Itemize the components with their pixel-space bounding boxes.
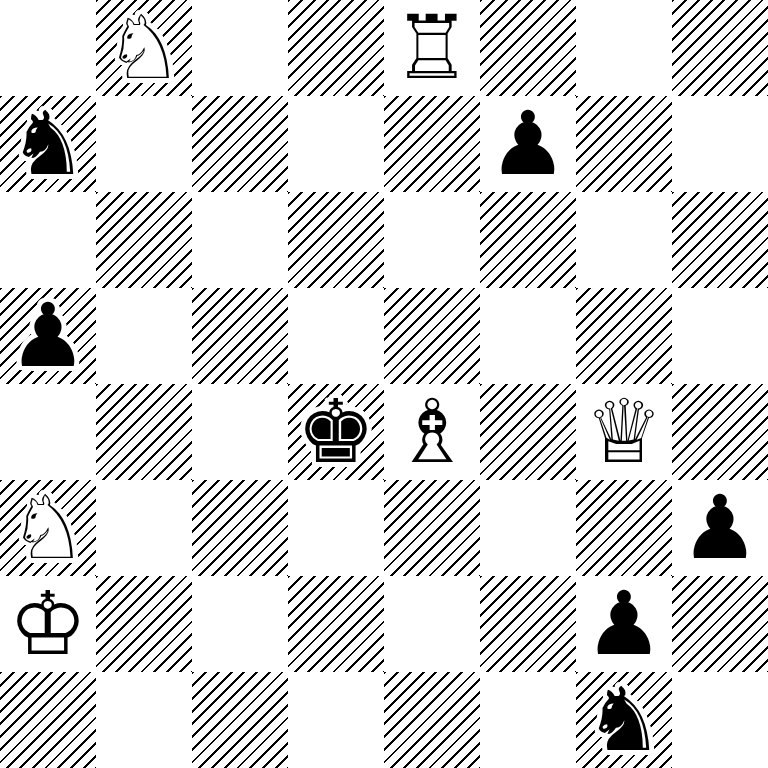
white-queen-icon: ♕: [576, 384, 672, 480]
black-knight-icon: ♞: [0, 96, 96, 192]
piece-black-pawn-a5[interactable]: ♟: [0, 288, 96, 384]
piece-white-knight-a3[interactable]: ♞♘: [0, 480, 96, 576]
square-e4[interactable]: ♝♗: [384, 384, 480, 480]
square-e7[interactable]: [384, 96, 480, 192]
square-c7[interactable]: [192, 96, 288, 192]
square-a3[interactable]: ♞♘: [0, 480, 96, 576]
square-e2[interactable]: [384, 576, 480, 672]
square-b5[interactable]: [96, 288, 192, 384]
square-d8[interactable]: [288, 0, 384, 96]
square-f7[interactable]: ♟: [480, 96, 576, 192]
square-a6[interactable]: [0, 192, 96, 288]
square-h4[interactable]: [672, 384, 768, 480]
square-d4[interactable]: ♚: [288, 384, 384, 480]
square-b2[interactable]: [96, 576, 192, 672]
piece-black-knight-g1[interactable]: ♞: [576, 672, 672, 768]
piece-white-knight-b8[interactable]: ♞♘: [96, 0, 192, 96]
piece-black-pawn-f7[interactable]: ♟: [480, 96, 576, 192]
square-d2[interactable]: [288, 576, 384, 672]
square-d6[interactable]: [288, 192, 384, 288]
white-bishop-icon: ♗: [384, 384, 480, 480]
square-c3[interactable]: [192, 480, 288, 576]
square-a5[interactable]: ♟: [0, 288, 96, 384]
piece-white-rook-e8[interactable]: ♜♖: [384, 0, 480, 96]
white-king-icon: ♔: [0, 576, 96, 672]
square-h8[interactable]: [672, 0, 768, 96]
black-pawn-icon: ♟: [480, 96, 576, 192]
square-c2[interactable]: [192, 576, 288, 672]
square-b4[interactable]: [96, 384, 192, 480]
piece-white-queen-g4[interactable]: ♛♕: [576, 384, 672, 480]
white-knight-icon: ♘: [96, 0, 192, 96]
square-f4[interactable]: [480, 384, 576, 480]
square-g8[interactable]: [576, 0, 672, 96]
black-pawn-icon: ♟: [576, 576, 672, 672]
piece-black-pawn-h3[interactable]: ♟: [672, 480, 768, 576]
square-c1[interactable]: [192, 672, 288, 768]
square-b8[interactable]: ♞♘: [96, 0, 192, 96]
square-g5[interactable]: [576, 288, 672, 384]
square-c5[interactable]: [192, 288, 288, 384]
square-f3[interactable]: [480, 480, 576, 576]
square-h3[interactable]: ♟: [672, 480, 768, 576]
square-b1[interactable]: [96, 672, 192, 768]
square-a4[interactable]: [0, 384, 96, 480]
square-a8[interactable]: [0, 0, 96, 96]
square-h2[interactable]: [672, 576, 768, 672]
square-d3[interactable]: [288, 480, 384, 576]
white-rook-icon: ♖: [384, 0, 480, 96]
square-f2[interactable]: [480, 576, 576, 672]
square-c8[interactable]: [192, 0, 288, 96]
square-g7[interactable]: [576, 96, 672, 192]
square-f8[interactable]: [480, 0, 576, 96]
square-a2[interactable]: ♚♔: [0, 576, 96, 672]
black-pawn-icon: ♟: [0, 288, 96, 384]
square-f5[interactable]: [480, 288, 576, 384]
piece-black-king-d4[interactable]: ♚: [288, 384, 384, 480]
square-c6[interactable]: [192, 192, 288, 288]
square-g2[interactable]: ♟: [576, 576, 672, 672]
square-h7[interactable]: [672, 96, 768, 192]
piece-white-king-a2[interactable]: ♚♔: [0, 576, 96, 672]
square-g4[interactable]: ♛♕: [576, 384, 672, 480]
square-h5[interactable]: [672, 288, 768, 384]
square-c4[interactable]: [192, 384, 288, 480]
square-g6[interactable]: [576, 192, 672, 288]
square-e5[interactable]: [384, 288, 480, 384]
square-b6[interactable]: [96, 192, 192, 288]
square-b7[interactable]: [96, 96, 192, 192]
chess-board: ♞♘♜♖♞♟♟♚♝♗♛♕♞♘♟♚♔♟♞: [0, 0, 768, 768]
square-e3[interactable]: [384, 480, 480, 576]
square-b3[interactable]: [96, 480, 192, 576]
piece-black-knight-a7[interactable]: ♞: [0, 96, 96, 192]
white-knight-icon: ♘: [0, 480, 96, 576]
square-e1[interactable]: [384, 672, 480, 768]
square-f6[interactable]: [480, 192, 576, 288]
square-h1[interactable]: [672, 672, 768, 768]
black-pawn-icon: ♟: [672, 480, 768, 576]
square-a1[interactable]: [0, 672, 96, 768]
square-e8[interactable]: ♜♖: [384, 0, 480, 96]
square-d7[interactable]: [288, 96, 384, 192]
square-d5[interactable]: [288, 288, 384, 384]
square-e6[interactable]: [384, 192, 480, 288]
square-g1[interactable]: ♞: [576, 672, 672, 768]
black-knight-icon: ♞: [576, 672, 672, 768]
piece-white-bishop-e4[interactable]: ♝♗: [384, 384, 480, 480]
piece-black-pawn-g2[interactable]: ♟: [576, 576, 672, 672]
square-f1[interactable]: [480, 672, 576, 768]
square-h6[interactable]: [672, 192, 768, 288]
square-d1[interactable]: [288, 672, 384, 768]
black-king-icon: ♚: [288, 384, 384, 480]
square-g3[interactable]: [576, 480, 672, 576]
square-a7[interactable]: ♞: [0, 96, 96, 192]
